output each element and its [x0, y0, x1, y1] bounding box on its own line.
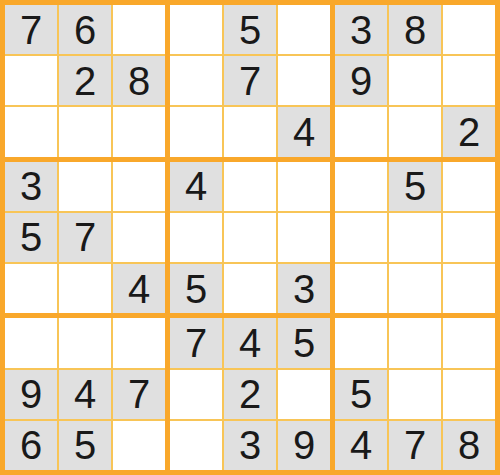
cell-r5c8[interactable] — [389, 213, 441, 262]
cell-r6c9[interactable] — [443, 264, 495, 313]
cell-r9c8[interactable]: 7 — [389, 421, 441, 470]
cell-r1c7[interactable]: 3 — [335, 5, 387, 54]
box-2: 574 — [170, 5, 330, 157]
cell-r5c9[interactable] — [443, 213, 495, 262]
cell-r3c3[interactable] — [113, 107, 165, 156]
cell-r4c8[interactable]: 5 — [389, 162, 441, 211]
box-6: 5 — [335, 162, 495, 314]
cell-r4c5[interactable] — [224, 162, 276, 211]
cell-r3c2[interactable] — [59, 107, 111, 156]
cell-r1c9[interactable] — [443, 5, 495, 54]
cell-r8c6[interactable] — [278, 370, 330, 419]
cell-r4c3[interactable] — [113, 162, 165, 211]
cell-r2c9[interactable] — [443, 56, 495, 105]
cell-r6c1[interactable] — [5, 264, 57, 313]
cell-r6c4[interactable]: 5 — [170, 264, 222, 313]
cell-r8c5[interactable]: 2 — [224, 370, 276, 419]
cell-r6c5[interactable] — [224, 264, 276, 313]
cell-r2c8[interactable] — [389, 56, 441, 105]
cell-r6c6[interactable]: 3 — [278, 264, 330, 313]
cell-r5c5[interactable] — [224, 213, 276, 262]
cell-r9c9[interactable]: 8 — [443, 421, 495, 470]
cell-r3c9[interactable]: 2 — [443, 107, 495, 156]
cell-r2c6[interactable] — [278, 56, 330, 105]
box-8: 745239 — [170, 318, 330, 470]
cell-r3c5[interactable] — [224, 107, 276, 156]
cell-r1c2[interactable]: 6 — [59, 5, 111, 54]
cell-r9c3[interactable] — [113, 421, 165, 470]
cell-r3c1[interactable] — [5, 107, 57, 156]
cell-r1c5[interactable]: 5 — [224, 5, 276, 54]
box-4: 3574 — [5, 162, 165, 314]
cell-r1c1[interactable]: 7 — [5, 5, 57, 54]
cell-r8c7[interactable]: 5 — [335, 370, 387, 419]
cell-r4c2[interactable] — [59, 162, 111, 211]
cell-r7c7[interactable] — [335, 318, 387, 367]
box-3: 3892 — [335, 5, 495, 157]
cell-r3c8[interactable] — [389, 107, 441, 156]
cell-r8c2[interactable]: 4 — [59, 370, 111, 419]
cell-r2c4[interactable] — [170, 56, 222, 105]
cell-r9c4[interactable] — [170, 421, 222, 470]
cell-r7c6[interactable]: 5 — [278, 318, 330, 367]
cell-r8c3[interactable]: 7 — [113, 370, 165, 419]
cell-r5c3[interactable] — [113, 213, 165, 262]
cell-r7c2[interactable] — [59, 318, 111, 367]
cell-r1c8[interactable]: 8 — [389, 5, 441, 54]
cell-r1c4[interactable] — [170, 5, 222, 54]
cell-r2c2[interactable]: 2 — [59, 56, 111, 105]
cell-r6c2[interactable] — [59, 264, 111, 313]
cell-r1c6[interactable] — [278, 5, 330, 54]
cell-r6c8[interactable] — [389, 264, 441, 313]
cell-r5c4[interactable] — [170, 213, 222, 262]
cell-r2c1[interactable] — [5, 56, 57, 105]
cell-r4c6[interactable] — [278, 162, 330, 211]
cell-r6c7[interactable] — [335, 264, 387, 313]
cell-r7c4[interactable]: 7 — [170, 318, 222, 367]
cell-r2c3[interactable]: 8 — [113, 56, 165, 105]
cell-r4c9[interactable] — [443, 162, 495, 211]
cell-r7c8[interactable] — [389, 318, 441, 367]
cell-r2c5[interactable]: 7 — [224, 56, 276, 105]
cell-r5c6[interactable] — [278, 213, 330, 262]
cell-r8c4[interactable] — [170, 370, 222, 419]
cell-r9c5[interactable]: 3 — [224, 421, 276, 470]
cell-r7c1[interactable] — [5, 318, 57, 367]
cell-r3c4[interactable] — [170, 107, 222, 156]
cell-r5c1[interactable]: 5 — [5, 213, 57, 262]
cell-r8c1[interactable]: 9 — [5, 370, 57, 419]
cell-r8c8[interactable] — [389, 370, 441, 419]
cell-r9c6[interactable]: 9 — [278, 421, 330, 470]
cell-r9c2[interactable]: 5 — [59, 421, 111, 470]
cell-r4c4[interactable]: 4 — [170, 162, 222, 211]
cell-r9c7[interactable]: 4 — [335, 421, 387, 470]
box-1: 7628 — [5, 5, 165, 157]
cell-r1c3[interactable] — [113, 5, 165, 54]
cell-r6c3[interactable]: 4 — [113, 264, 165, 313]
cell-r4c1[interactable]: 3 — [5, 162, 57, 211]
sudoku-board: 7628 574 3892 3574 453 5 94765 745239 54… — [0, 0, 500, 475]
box-9: 5478 — [335, 318, 495, 470]
cell-r3c7[interactable] — [335, 107, 387, 156]
cell-r7c3[interactable] — [113, 318, 165, 367]
cell-r9c1[interactable]: 6 — [5, 421, 57, 470]
cell-r5c7[interactable] — [335, 213, 387, 262]
box-7: 94765 — [5, 318, 165, 470]
cell-r4c7[interactable] — [335, 162, 387, 211]
cell-r7c9[interactable] — [443, 318, 495, 367]
cell-r3c6[interactable]: 4 — [278, 107, 330, 156]
cell-r7c5[interactable]: 4 — [224, 318, 276, 367]
cell-r8c9[interactable] — [443, 370, 495, 419]
cell-r2c7[interactable]: 9 — [335, 56, 387, 105]
box-5: 453 — [170, 162, 330, 314]
cell-r5c2[interactable]: 7 — [59, 213, 111, 262]
